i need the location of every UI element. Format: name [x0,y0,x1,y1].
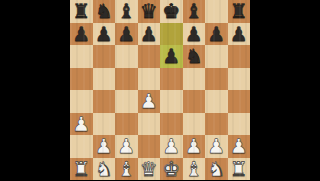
piece-black-pawn[interactable]: ♟ [207,24,225,44]
piece-black-bishop[interactable]: ♝ [185,1,203,21]
square-g5[interactable] [205,68,228,91]
square-b4[interactable] [93,90,116,113]
square-e4[interactable] [160,90,183,113]
piece-white-pawn[interactable]: ♟ [117,136,135,156]
square-g8[interactable] [205,0,228,23]
square-d1[interactable]: ♛ [138,158,161,181]
piece-black-pawn[interactable]: ♟ [117,24,135,44]
piece-white-pawn[interactable]: ♟ [140,91,158,111]
square-a5[interactable] [70,68,93,91]
square-a2[interactable] [70,135,93,158]
piece-black-knight[interactable]: ♞ [185,46,203,66]
letterbox-right [250,0,320,180]
square-d6[interactable] [138,45,161,68]
square-c4[interactable] [115,90,138,113]
square-d5[interactable] [138,68,161,91]
square-d2[interactable] [138,135,161,158]
square-h4[interactable] [228,90,251,113]
piece-white-king[interactable]: ♚ [162,159,180,179]
square-e2[interactable]: ♟ [160,135,183,158]
square-f8[interactable]: ♝ [183,0,206,23]
square-f3[interactable] [183,113,206,136]
square-b3[interactable] [93,113,116,136]
square-b1[interactable]: ♞ [93,158,116,181]
square-h3[interactable] [228,113,251,136]
square-h1[interactable]: ♜ [228,158,251,181]
piece-white-queen[interactable]: ♛ [140,159,158,179]
square-e7[interactable] [160,23,183,46]
square-c8[interactable]: ♝ [115,0,138,23]
piece-black-rook[interactable]: ♜ [230,1,248,21]
square-f5[interactable] [183,68,206,91]
chess-board: ♜♞♝♛♚♝♜♟♟♟♟♟♟♟♟♞♟♟♟♟♟♟♟♟♜♞♝♛♚♝♞♜ [70,0,250,180]
square-f4[interactable] [183,90,206,113]
square-e8[interactable]: ♚ [160,0,183,23]
square-d7[interactable]: ♟ [138,23,161,46]
square-f2[interactable]: ♟ [183,135,206,158]
square-d4[interactable]: ♟ [138,90,161,113]
piece-white-pawn[interactable]: ♟ [162,136,180,156]
square-d8[interactable]: ♛ [138,0,161,23]
square-h2[interactable]: ♟ [228,135,251,158]
piece-white-knight[interactable]: ♞ [95,159,113,179]
piece-black-pawn[interactable]: ♟ [162,46,180,66]
piece-white-pawn[interactable]: ♟ [95,136,113,156]
square-b7[interactable]: ♟ [93,23,116,46]
square-b2[interactable]: ♟ [93,135,116,158]
square-b6[interactable] [93,45,116,68]
square-g6[interactable] [205,45,228,68]
piece-white-pawn[interactable]: ♟ [230,136,248,156]
piece-black-knight[interactable]: ♞ [95,1,113,21]
square-c3[interactable] [115,113,138,136]
square-c2[interactable]: ♟ [115,135,138,158]
square-e5[interactable] [160,68,183,91]
piece-white-rook[interactable]: ♜ [72,159,90,179]
square-h7[interactable]: ♟ [228,23,251,46]
square-d3[interactable] [138,113,161,136]
piece-white-knight[interactable]: ♞ [207,159,225,179]
square-f6[interactable]: ♞ [183,45,206,68]
piece-white-bishop[interactable]: ♝ [117,159,135,179]
square-a4[interactable] [70,90,93,113]
piece-black-king[interactable]: ♚ [162,1,180,21]
square-f1[interactable]: ♝ [183,158,206,181]
piece-white-pawn[interactable]: ♟ [207,136,225,156]
piece-white-rook[interactable]: ♜ [230,159,248,179]
square-h5[interactable] [228,68,251,91]
video-frame: ♜♞♝♛♚♝♜♟♟♟♟♟♟♟♟♞♟♟♟♟♟♟♟♟♜♞♝♛♚♝♞♜ [0,0,320,180]
square-h6[interactable] [228,45,251,68]
square-c6[interactable] [115,45,138,68]
square-c7[interactable]: ♟ [115,23,138,46]
square-g4[interactable] [205,90,228,113]
piece-black-pawn[interactable]: ♟ [230,24,248,44]
square-b8[interactable]: ♞ [93,0,116,23]
square-a8[interactable]: ♜ [70,0,93,23]
piece-white-pawn[interactable]: ♟ [185,136,203,156]
square-a3[interactable]: ♟ [70,113,93,136]
piece-black-pawn[interactable]: ♟ [140,24,158,44]
square-g1[interactable]: ♞ [205,158,228,181]
letterbox-left [0,0,70,180]
square-g7[interactable]: ♟ [205,23,228,46]
square-g3[interactable] [205,113,228,136]
square-c5[interactable] [115,68,138,91]
square-e3[interactable] [160,113,183,136]
square-f7[interactable]: ♟ [183,23,206,46]
piece-white-pawn[interactable]: ♟ [72,114,90,134]
piece-black-queen[interactable]: ♛ [140,1,158,21]
square-a6[interactable] [70,45,93,68]
square-g2[interactable]: ♟ [205,135,228,158]
piece-black-pawn[interactable]: ♟ [95,24,113,44]
piece-black-pawn[interactable]: ♟ [185,24,203,44]
piece-black-rook[interactable]: ♜ [72,1,90,21]
piece-white-bishop[interactable]: ♝ [185,159,203,179]
square-a1[interactable]: ♜ [70,158,93,181]
square-h8[interactable]: ♜ [228,0,251,23]
square-a7[interactable]: ♟ [70,23,93,46]
square-e1[interactable]: ♚ [160,158,183,181]
square-b5[interactable] [93,68,116,91]
piece-black-bishop[interactable]: ♝ [117,1,135,21]
square-c1[interactable]: ♝ [115,158,138,181]
piece-black-pawn[interactable]: ♟ [72,24,90,44]
square-e6[interactable]: ♟ [160,45,183,68]
